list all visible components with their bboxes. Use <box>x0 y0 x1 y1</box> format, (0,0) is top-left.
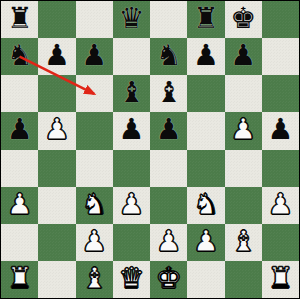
square-f5[interactable] <box>187 112 224 149</box>
square-c2[interactable]: ♟ <box>76 224 113 261</box>
square-b4[interactable] <box>38 150 75 187</box>
square-a3[interactable]: ♟ <box>1 187 38 224</box>
square-d8[interactable]: ♛ <box>113 1 150 38</box>
square-f3[interactable]: ♞ <box>187 187 224 224</box>
square-h2[interactable] <box>262 224 299 261</box>
square-c4[interactable] <box>76 150 113 187</box>
white-bishop: ♝ <box>230 227 256 256</box>
white-rook: ♜ <box>7 264 33 293</box>
white-pawn: ♟ <box>156 227 182 256</box>
square-c8[interactable] <box>76 1 113 38</box>
black-knight: ♞ <box>7 41 33 70</box>
square-c3[interactable]: ♞ <box>76 187 113 224</box>
square-h3[interactable]: ♟ <box>262 187 299 224</box>
square-d6[interactable]: ♝ <box>113 75 150 112</box>
square-g5[interactable]: ♟ <box>225 112 262 149</box>
square-b8[interactable] <box>38 1 75 38</box>
black-pawn: ♟ <box>267 115 293 144</box>
square-f8[interactable]: ♜ <box>187 1 224 38</box>
square-d2[interactable] <box>113 224 150 261</box>
square-e4[interactable] <box>150 150 187 187</box>
square-b3[interactable] <box>38 187 75 224</box>
square-b6[interactable] <box>38 75 75 112</box>
square-g8[interactable]: ♚ <box>225 1 262 38</box>
square-f1[interactable] <box>187 261 224 298</box>
square-b5[interactable]: ♟ <box>38 112 75 149</box>
square-a6[interactable] <box>1 75 38 112</box>
black-bishop: ♝ <box>118 78 144 107</box>
square-e1[interactable]: ♚ <box>150 261 187 298</box>
white-pawn: ♟ <box>44 115 70 144</box>
square-d7[interactable] <box>113 38 150 75</box>
square-h4[interactable] <box>262 150 299 187</box>
square-g7[interactable]: ♟ <box>225 38 262 75</box>
square-g1[interactable] <box>225 261 262 298</box>
square-c7[interactable]: ♟ <box>76 38 113 75</box>
black-king: ♚ <box>230 4 256 33</box>
black-pawn: ♟ <box>7 115 33 144</box>
square-f7[interactable]: ♟ <box>187 38 224 75</box>
square-a2[interactable] <box>1 224 38 261</box>
square-a8[interactable]: ♜ <box>1 1 38 38</box>
black-rook: ♜ <box>193 4 219 33</box>
square-a7[interactable]: ♞ <box>1 38 38 75</box>
square-g4[interactable] <box>225 150 262 187</box>
square-h8[interactable] <box>262 1 299 38</box>
white-queen: ♛ <box>118 264 144 293</box>
square-d1[interactable]: ♛ <box>113 261 150 298</box>
square-e8[interactable] <box>150 1 187 38</box>
square-f2[interactable]: ♟ <box>187 224 224 261</box>
square-d4[interactable] <box>113 150 150 187</box>
square-a4[interactable] <box>1 150 38 187</box>
white-pawn: ♟ <box>193 227 219 256</box>
square-e7[interactable]: ♞ <box>150 38 187 75</box>
square-f4[interactable] <box>187 150 224 187</box>
square-h6[interactable] <box>262 75 299 112</box>
square-h7[interactable] <box>262 38 299 75</box>
square-d3[interactable]: ♟ <box>113 187 150 224</box>
square-a1[interactable]: ♜ <box>1 261 38 298</box>
black-queen: ♛ <box>118 4 144 33</box>
black-pawn: ♟ <box>118 115 144 144</box>
white-king: ♚ <box>156 264 182 293</box>
square-h5[interactable]: ♟ <box>262 112 299 149</box>
black-rook: ♜ <box>7 4 33 33</box>
black-bishop: ♝ <box>156 78 182 107</box>
white-pawn: ♟ <box>81 227 107 256</box>
square-a5[interactable]: ♟ <box>1 112 38 149</box>
square-d5[interactable]: ♟ <box>113 112 150 149</box>
square-c5[interactable] <box>76 112 113 149</box>
square-b2[interactable] <box>38 224 75 261</box>
white-pawn: ♟ <box>118 190 144 219</box>
black-knight: ♞ <box>156 41 182 70</box>
white-knight: ♞ <box>81 190 107 219</box>
square-e2[interactable]: ♟ <box>150 224 187 261</box>
square-b1[interactable] <box>38 261 75 298</box>
board-container: ♜♛♜♚♞♟♟♞♟♟♝♝♟♟♟♟♟♟♟♞♟♞♟♟♟♟♝♜♝♛♚♜ <box>0 0 300 299</box>
black-pawn: ♟ <box>44 41 70 70</box>
square-e6[interactable]: ♝ <box>150 75 187 112</box>
square-c6[interactable] <box>76 75 113 112</box>
white-pawn: ♟ <box>267 190 293 219</box>
square-b7[interactable]: ♟ <box>38 38 75 75</box>
square-c1[interactable]: ♝ <box>76 261 113 298</box>
square-h1[interactable]: ♜ <box>262 261 299 298</box>
black-pawn: ♟ <box>81 41 107 70</box>
black-pawn: ♟ <box>193 41 219 70</box>
chess-board: ♜♛♜♚♞♟♟♞♟♟♝♝♟♟♟♟♟♟♟♞♟♞♟♟♟♟♝♜♝♛♚♜ <box>1 1 299 298</box>
white-rook: ♜ <box>267 264 293 293</box>
black-pawn: ♟ <box>156 115 182 144</box>
square-e3[interactable] <box>150 187 187 224</box>
white-pawn: ♟ <box>230 115 256 144</box>
square-f6[interactable] <box>187 75 224 112</box>
square-g6[interactable] <box>225 75 262 112</box>
square-g2[interactable]: ♝ <box>225 224 262 261</box>
square-e5[interactable]: ♟ <box>150 112 187 149</box>
white-pawn: ♟ <box>7 190 33 219</box>
square-g3[interactable] <box>225 187 262 224</box>
white-bishop: ♝ <box>81 264 107 293</box>
black-pawn: ♟ <box>230 41 256 70</box>
white-knight: ♞ <box>193 190 219 219</box>
